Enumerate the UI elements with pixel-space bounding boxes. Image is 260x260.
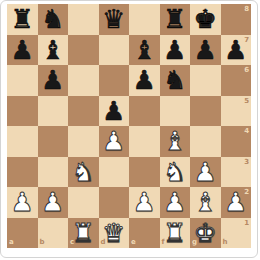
square-h6[interactable]: 6 bbox=[221, 65, 252, 96]
square-g2[interactable]: ♝ bbox=[190, 187, 221, 218]
rank-label-5: 5 bbox=[244, 98, 249, 105]
square-a8[interactable]: ♜ bbox=[7, 4, 38, 35]
square-b3[interactable] bbox=[38, 157, 69, 188]
rank-label-1: 1 bbox=[244, 220, 249, 227]
piece-white-rook[interactable]: ♜ bbox=[72, 218, 95, 249]
square-f4[interactable]: ♝ bbox=[160, 126, 191, 157]
square-b5[interactable] bbox=[38, 96, 69, 127]
piece-black-knight[interactable]: ♞ bbox=[163, 65, 186, 96]
square-a1[interactable]: a bbox=[7, 218, 38, 249]
square-c6[interactable] bbox=[68, 65, 99, 96]
piece-black-pawn[interactable]: ♟ bbox=[102, 96, 125, 127]
piece-black-bishop[interactable]: ♝ bbox=[41, 35, 64, 66]
square-h7[interactable]: ♟7 bbox=[221, 35, 252, 66]
piece-black-pawn[interactable]: ♟ bbox=[163, 35, 186, 66]
piece-black-knight[interactable]: ♞ bbox=[41, 4, 64, 35]
square-b7[interactable]: ♝ bbox=[38, 35, 69, 66]
square-d6[interactable] bbox=[99, 65, 130, 96]
square-a6[interactable] bbox=[7, 65, 38, 96]
square-b1[interactable]: b bbox=[38, 218, 69, 249]
square-e8[interactable] bbox=[129, 4, 160, 35]
square-c8[interactable] bbox=[68, 4, 99, 35]
file-label-e: e bbox=[131, 239, 136, 246]
piece-black-rook[interactable]: ♜ bbox=[11, 4, 34, 35]
square-d7[interactable] bbox=[99, 35, 130, 66]
square-a5[interactable] bbox=[7, 96, 38, 127]
square-e1[interactable]: e bbox=[129, 218, 160, 249]
square-a3[interactable] bbox=[7, 157, 38, 188]
piece-white-pawn[interactable]: ♟ bbox=[163, 187, 186, 218]
piece-black-pawn[interactable]: ♟ bbox=[41, 65, 64, 96]
rank-label-4: 4 bbox=[244, 128, 249, 135]
square-a2[interactable]: ♟ bbox=[7, 187, 38, 218]
square-g1[interactable]: ♚g bbox=[190, 218, 221, 249]
square-b8[interactable]: ♞ bbox=[38, 4, 69, 35]
square-h8[interactable]: 8 bbox=[221, 4, 252, 35]
piece-white-queen[interactable]: ♛ bbox=[102, 218, 125, 249]
piece-black-pawn[interactable]: ♟ bbox=[224, 35, 247, 66]
square-b2[interactable]: ♟ bbox=[38, 187, 69, 218]
piece-white-rook[interactable]: ♜ bbox=[163, 218, 186, 249]
piece-white-knight[interactable]: ♞ bbox=[163, 157, 186, 188]
square-g5[interactable] bbox=[190, 96, 221, 127]
piece-white-king[interactable]: ♚ bbox=[194, 218, 217, 249]
square-h3[interactable]: 3 bbox=[221, 157, 252, 188]
square-d1[interactable]: ♛d bbox=[99, 218, 130, 249]
piece-black-queen[interactable]: ♛ bbox=[102, 4, 125, 35]
square-g8[interactable]: ♚ bbox=[190, 4, 221, 35]
piece-white-bishop[interactable]: ♝ bbox=[194, 187, 217, 218]
square-c3[interactable]: ♞ bbox=[68, 157, 99, 188]
piece-white-pawn[interactable]: ♟ bbox=[224, 187, 247, 218]
square-f7[interactable]: ♟ bbox=[160, 35, 191, 66]
file-label-h: h bbox=[223, 239, 228, 246]
square-d4[interactable]: ♟ bbox=[99, 126, 130, 157]
square-d5[interactable]: ♟ bbox=[99, 96, 130, 127]
square-h2[interactable]: ♟2 bbox=[221, 187, 252, 218]
square-h4[interactable]: 4 bbox=[221, 126, 252, 157]
square-h5[interactable]: 5 bbox=[221, 96, 252, 127]
piece-black-pawn[interactable]: ♟ bbox=[11, 35, 34, 66]
square-f6[interactable]: ♞ bbox=[160, 65, 191, 96]
piece-black-pawn[interactable]: ♟ bbox=[133, 65, 156, 96]
piece-white-pawn[interactable]: ♟ bbox=[133, 187, 156, 218]
rank-label-8: 8 bbox=[244, 6, 249, 13]
file-label-b: b bbox=[40, 239, 45, 246]
piece-black-rook[interactable]: ♜ bbox=[163, 4, 186, 35]
square-b4[interactable] bbox=[38, 126, 69, 157]
square-e6[interactable]: ♟ bbox=[129, 65, 160, 96]
square-e2[interactable]: ♟ bbox=[129, 187, 160, 218]
square-f8[interactable]: ♜ bbox=[160, 4, 191, 35]
square-f3[interactable]: ♞ bbox=[160, 157, 191, 188]
square-d2[interactable] bbox=[99, 187, 130, 218]
square-f1[interactable]: ♜f bbox=[160, 218, 191, 249]
piece-white-pawn[interactable]: ♟ bbox=[41, 187, 64, 218]
square-b6[interactable]: ♟ bbox=[38, 65, 69, 96]
square-d3[interactable] bbox=[99, 157, 130, 188]
piece-white-bishop[interactable]: ♝ bbox=[163, 126, 186, 157]
square-g3[interactable]: ♟ bbox=[190, 157, 221, 188]
square-g4[interactable] bbox=[190, 126, 221, 157]
chess-board[interactable]: ♜♞♛♜♚8♟♝♝♟♟♟7♟♟♞6♟5♟♝4♞♞♟3♟♟♟♟♝♟2ab♜c♛de… bbox=[7, 4, 251, 248]
square-e4[interactable] bbox=[129, 126, 160, 157]
square-c7[interactable] bbox=[68, 35, 99, 66]
square-d8[interactable]: ♛ bbox=[99, 4, 130, 35]
square-a4[interactable] bbox=[7, 126, 38, 157]
square-c5[interactable] bbox=[68, 96, 99, 127]
piece-black-king[interactable]: ♚ bbox=[194, 4, 217, 35]
piece-black-pawn[interactable]: ♟ bbox=[194, 35, 217, 66]
file-label-a: a bbox=[9, 239, 14, 246]
rank-label-3: 3 bbox=[244, 159, 249, 166]
rank-label-6: 6 bbox=[244, 67, 249, 74]
square-c2[interactable] bbox=[68, 187, 99, 218]
square-e5[interactable] bbox=[129, 96, 160, 127]
piece-black-bishop[interactable]: ♝ bbox=[133, 35, 156, 66]
square-h1[interactable]: h1 bbox=[221, 218, 252, 249]
square-c4[interactable] bbox=[68, 126, 99, 157]
square-e3[interactable] bbox=[129, 157, 160, 188]
square-g6[interactable] bbox=[190, 65, 221, 96]
square-g7[interactable]: ♟ bbox=[190, 35, 221, 66]
piece-white-pawn[interactable]: ♟ bbox=[102, 126, 125, 157]
square-f5[interactable] bbox=[160, 96, 191, 127]
piece-white-pawn[interactable]: ♟ bbox=[11, 187, 34, 218]
square-e7[interactable]: ♝ bbox=[129, 35, 160, 66]
piece-white-knight[interactable]: ♞ bbox=[72, 157, 95, 188]
square-c1[interactable]: ♜c bbox=[68, 218, 99, 249]
square-a7[interactable]: ♟ bbox=[7, 35, 38, 66]
square-f2[interactable]: ♟ bbox=[160, 187, 191, 218]
piece-white-pawn[interactable]: ♟ bbox=[194, 157, 217, 188]
